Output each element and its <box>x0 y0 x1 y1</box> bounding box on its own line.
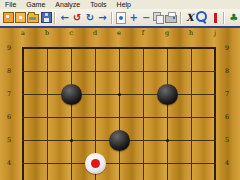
grid-hline <box>22 163 216 164</box>
coord-label-col: c <box>65 29 77 38</box>
close-icon: X <box>186 11 194 25</box>
grid-hline <box>22 117 216 118</box>
new-window-icon[interactable] <box>15 11 28 25</box>
coord-label-col: j <box>209 29 221 38</box>
menu-item-analyze[interactable]: Analyze <box>50 0 85 9</box>
coord-label-col: e <box>113 29 125 38</box>
back-icon[interactable]: ← <box>58 11 71 25</box>
coord-label-col: f <box>137 29 149 38</box>
stone-black-g7 <box>157 84 178 105</box>
coord-label-row: 7 <box>3 90 15 99</box>
stone-black-c7 <box>61 84 82 105</box>
undo-icon: ↺ <box>73 11 81 25</box>
menu-item-tools[interactable]: Tools <box>85 0 111 9</box>
coord-label-row: 7 <box>221 90 233 99</box>
menu-item-game[interactable]: Game <box>21 0 50 9</box>
stone-white-d4 <box>85 153 106 174</box>
toolbar-separator <box>111 12 113 24</box>
undo-icon[interactable]: ↺ <box>71 11 84 25</box>
app-window: FileGameAnalyzeToolsHelp ←↺↻→+−X♣ abcdef… <box>0 0 240 180</box>
redo-icon: ↻ <box>86 11 94 25</box>
add-icon[interactable]: + <box>127 11 140 25</box>
toolbar: ←↺↻→+−X♣ <box>0 9 240 26</box>
coord-label-col: h <box>185 29 197 38</box>
coord-label-row: 5 <box>221 136 233 145</box>
redo-icon[interactable]: ↻ <box>84 11 97 25</box>
print-icon <box>165 15 177 23</box>
grid-vline <box>71 47 72 180</box>
grid-vline <box>191 47 192 180</box>
coord-label-row: 5 <box>3 136 15 145</box>
star-point <box>70 139 73 142</box>
coord-label-row: 9 <box>3 44 15 53</box>
new-board-icon <box>3 12 14 23</box>
remove-icon[interactable]: − <box>140 11 153 25</box>
mark-icon[interactable] <box>209 11 222 25</box>
coord-label-row: 6 <box>3 113 15 122</box>
tree-icon[interactable]: ♣ <box>227 11 240 25</box>
star-point <box>118 93 121 96</box>
open-icon[interactable] <box>27 11 40 25</box>
menu-item-help[interactable]: Help <box>112 0 136 9</box>
mark-icon <box>214 13 217 23</box>
game-info-icon <box>116 12 126 24</box>
save-icon <box>41 12 52 23</box>
copy-icon <box>153 12 164 23</box>
toolbar-separator <box>180 12 182 24</box>
coord-label-col: g <box>161 29 173 38</box>
find-icon[interactable] <box>196 11 209 25</box>
star-point <box>166 139 169 142</box>
grid-vline <box>119 47 120 180</box>
grid-vline <box>167 47 168 180</box>
coord-label-row: 8 <box>3 67 15 76</box>
grid-vline <box>214 47 216 180</box>
last-move-marker <box>91 159 100 168</box>
grid-vline <box>47 47 48 180</box>
open-icon <box>27 14 39 23</box>
tree-icon: ♣ <box>229 11 238 25</box>
save-icon[interactable] <box>40 11 53 25</box>
coord-label-col: d <box>89 29 101 38</box>
grid-vline <box>143 47 144 180</box>
back-icon: ← <box>60 11 68 25</box>
grid-vline <box>22 47 24 180</box>
forward-icon[interactable]: → <box>96 11 109 25</box>
coord-label-col: a <box>17 29 29 38</box>
game-info-icon[interactable] <box>115 11 128 25</box>
close-icon[interactable]: X <box>184 11 197 25</box>
go-board[interactable]: abcdefghj998877665544 <box>0 28 240 180</box>
toolbar-separator <box>54 12 56 24</box>
coord-label-col: b <box>41 29 53 38</box>
coord-label-row: 9 <box>221 44 233 53</box>
remove-icon: − <box>142 11 150 25</box>
copy-icon[interactable] <box>152 11 165 25</box>
find-icon <box>196 11 207 22</box>
coord-label-row: 6 <box>221 113 233 122</box>
coord-label-row: 8 <box>221 67 233 76</box>
forward-icon: → <box>98 11 106 25</box>
new-window-icon <box>15 12 26 23</box>
add-icon: + <box>129 11 137 25</box>
print-icon[interactable] <box>165 11 178 25</box>
stone-black-e5 <box>109 130 130 151</box>
grid-hline <box>22 71 216 72</box>
coord-label-row: 4 <box>3 159 15 168</box>
toolbar-separator <box>223 12 225 24</box>
menu-item-file[interactable]: File <box>0 0 21 9</box>
grid-hline <box>22 47 216 49</box>
coord-label-row: 4 <box>221 159 233 168</box>
new-board-icon[interactable] <box>2 11 15 25</box>
